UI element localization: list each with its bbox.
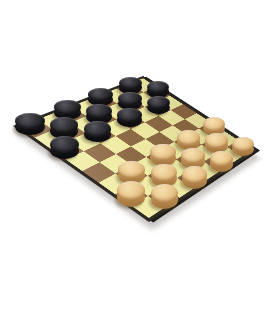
checkers-board	[13, 76, 257, 222]
product-photo-checkers-set	[0, 0, 272, 310]
